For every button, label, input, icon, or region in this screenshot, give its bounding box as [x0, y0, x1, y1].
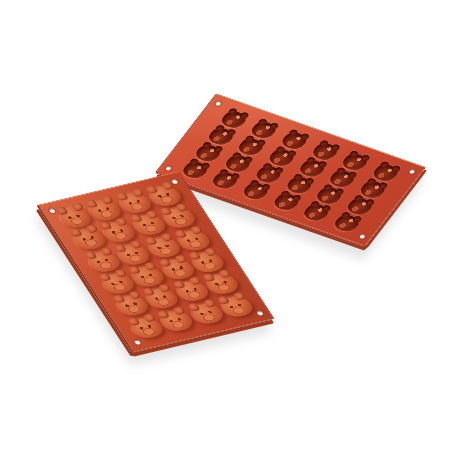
pig-cavity	[301, 202, 332, 223]
pig-cavity	[271, 191, 302, 212]
pig-cavity	[180, 159, 211, 180]
pig-bump	[187, 301, 226, 326]
pig-cavity	[210, 170, 241, 191]
product-photo-canvas	[0, 0, 458, 458]
pig-bump	[157, 308, 196, 333]
pig-cavity	[241, 180, 272, 201]
pig-cavity	[332, 212, 363, 233]
